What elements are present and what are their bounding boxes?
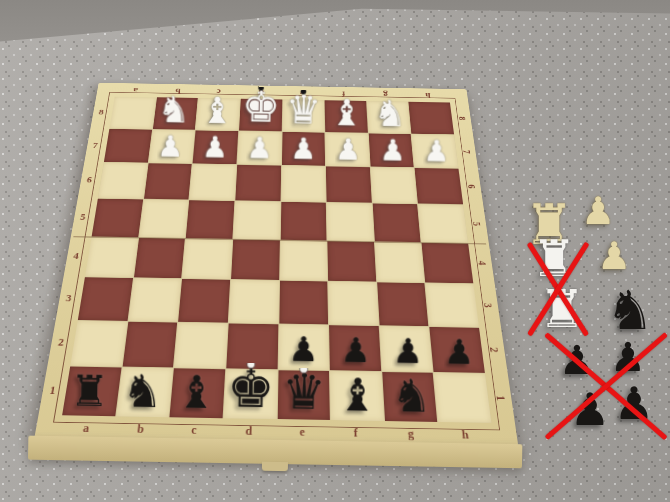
coord-file-h-top: h [425,92,431,99]
coord-file-h-bottom: h [461,429,469,441]
coord-file-f-top: f [342,90,345,97]
square-a6 [98,163,147,199]
coord-file-b-top: b [175,87,181,94]
square-a5 [92,199,143,237]
square-h4 [422,243,473,284]
square-f5 [327,203,374,241]
coord-rank-4-right: 4 [477,261,488,266]
square-c8: ♝ [196,98,240,130]
coord-file-g-top: g [383,91,388,98]
spare-cream-pawn-1: ♟ [581,192,615,230]
square-d5 [233,201,280,239]
square-g5 [372,203,420,241]
coord-file-c-top: c [217,88,222,95]
square-b5 [139,199,189,237]
square-c7: ♟ [193,130,238,164]
square-c5 [186,200,234,238]
square-h8 [409,102,454,134]
coord-file-b-bottom: b [137,423,145,435]
coord-file-c-bottom: c [191,424,197,436]
spare-black-pawn-2: ♟ [610,337,646,377]
square-f8: ♝ [325,100,368,132]
white-pawn-e7: ♟ [290,134,317,164]
coord-file-e-bottom: e [300,426,305,438]
coord-rank-8-right: 8 [457,117,467,121]
square-c4 [182,238,232,279]
coord-rank-7-left: 7 [92,141,98,149]
square-e5 [280,202,326,240]
coord-rank-1-left: 1 [49,385,57,396]
square-e7: ♟ [282,132,326,166]
square-b2 [122,322,177,368]
spare-black-pawn-3: ♟ [570,387,610,432]
coord-rank-6-left: 6 [86,176,92,184]
square-e4 [280,240,328,281]
square-e6 [281,166,326,202]
white-pawn-f7: ♟ [335,135,362,165]
spare-white-rook-1: ♜ [532,234,577,284]
white-finial [247,361,254,368]
white-pawn-b7: ♟ [157,132,184,162]
square-d8: ♚ [239,99,282,131]
square-d1: ♚ [223,370,277,420]
square-a4 [85,237,138,278]
listing-photo: { "game": "chess", "scene": "Angled phot… [0,0,670,502]
black-bishop-c1: ♝ [176,369,217,415]
coord-rank-5-left: 5 [80,213,87,221]
square-e8: ♛ [282,100,324,132]
square-b6 [144,163,192,199]
square-c6 [189,164,236,200]
square-e1: ♛ [277,370,330,420]
white-pawn-c7: ♟ [202,133,229,163]
white-bishop-c8: ♝ [201,92,234,129]
square-h1 [434,373,491,423]
square-b8: ♞ [153,97,198,129]
spare-black-knight: ♞ [606,284,654,338]
square-g4 [375,242,425,283]
square-f7: ♟ [325,132,369,166]
square-h6 [415,168,463,204]
coord-rank-5-right: 5 [471,222,482,226]
square-h3 [426,283,479,327]
square-b1: ♞ [116,368,173,417]
square-f1: ♝ [330,371,384,421]
coord-rank-3-right: 3 [482,303,494,308]
square-h7: ♟ [412,134,459,168]
board-scene: ♞♝♚♛♝♞♟♟♟♟♟♟♟♟♟♟♟♜♞♝♚♛♝♞ 88aa77bb66cc55d… [32,18,527,446]
square-a2 [70,321,127,367]
square-g1: ♞ [382,372,438,422]
coord-rank-1-right: 1 [494,395,506,401]
black-bishop-f1: ♝ [337,372,378,418]
square-g2: ♟ [379,326,433,372]
white-knight-g8: ♞ [373,95,406,132]
square-a7 [104,129,152,163]
white-pawn-g7: ♟ [379,136,406,166]
square-h5 [418,204,468,242]
chess-board: ♞♝♚♛♝♞♟♟♟♟♟♟♟♟♟♟♟♜♞♝♚♛♝♞ 88aa77bb66cc55d… [32,18,527,446]
coord-rank-8-left: 8 [98,109,104,116]
white-finial [301,366,308,373]
coord-file-a-top: a [133,87,139,94]
coord-file-d-bottom: d [245,425,252,437]
black-pawn-e2: ♟ [288,333,319,368]
board-grid: ♞♝♚♛♝♞♟♟♟♟♟♟♟♟♟♟♟♜♞♝♚♛♝♞ [62,97,491,423]
square-f6 [326,167,372,203]
square-d4 [231,239,279,280]
black-king-d1: ♚ [226,362,275,416]
black-pawn-f2: ♟ [340,334,371,369]
square-f2: ♟ [329,325,381,371]
coord-file-d-top: d [258,89,263,96]
coord-rank-2-left: 2 [57,337,64,347]
coord-rank-2-right: 2 [488,347,500,352]
square-b7: ♟ [148,129,195,163]
white-knight-b8: ♞ [158,91,191,128]
coord-rank-3-left: 3 [65,293,72,303]
black-rook-a1: ♜ [70,369,110,413]
white-bishop-f8: ♝ [330,94,363,131]
black-pawn-g2: ♟ [392,335,423,370]
square-a3 [78,277,133,320]
square-c2 [174,322,227,368]
square-c1: ♝ [170,369,225,418]
square-d6 [235,165,281,201]
square-c3 [178,279,230,322]
coord-rank-4-left: 4 [73,252,80,261]
square-f3 [328,282,378,325]
square-g6 [370,167,417,203]
spare-cream-pawn-2: ♟ [597,237,631,275]
coord-file-a-bottom: a [82,422,90,434]
square-b3 [128,278,181,321]
black-queen-e1: ♛ [282,367,327,417]
square-a1: ♜ [62,367,121,416]
square-a8 [110,97,156,129]
coord-rank-7-right: 7 [462,150,472,154]
board-latch [262,462,288,471]
square-h2: ♟ [430,327,485,373]
square-g3 [377,282,429,325]
spare-black-pawn-4: ♟ [614,381,654,426]
square-e3 [279,281,328,324]
square-d7: ♟ [237,131,281,165]
square-d3 [229,280,279,323]
coord-file-g-bottom: g [407,428,414,440]
spare-white-rook-2: ♜ [539,283,586,335]
square-b4 [134,238,185,279]
coord-rank-6-right: 6 [466,185,476,189]
white-pawn-d7: ♟ [246,133,273,163]
square-g8: ♞ [367,101,411,133]
board-surface: ♞♝♚♛♝♞♟♟♟♟♟♟♟♟♟♟♟♜♞♝♚♛♝♞ 88aa77bb66cc55d… [34,83,518,446]
black-knight-g1: ♞ [391,373,432,419]
coord-file-f-bottom: f [354,427,358,439]
black-knight-b1: ♞ [122,368,163,414]
coord-file-e-top: e [300,90,304,97]
white-pawn-h7: ♟ [423,136,450,166]
square-f4 [327,241,376,282]
square-g7: ♟ [369,133,414,167]
spare-black-pawn-1: ♟ [559,340,595,380]
black-pawn-h2: ♟ [444,336,475,371]
